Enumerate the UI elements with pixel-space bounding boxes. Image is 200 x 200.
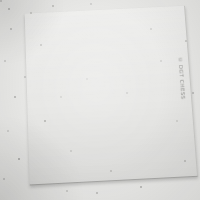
board-lighting-overlay <box>25 6 197 185</box>
chessboard-photo: © DGT CHESS <box>0 0 200 200</box>
chess-board[interactable] <box>25 6 198 186</box>
board-mat: © DGT CHESS <box>0 8 200 200</box>
dust-specks <box>0 0 2 2</box>
